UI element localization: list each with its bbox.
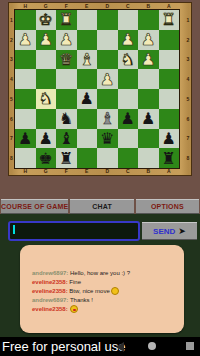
white-pawn-b2[interactable]: ♟ xyxy=(141,30,155,49)
file-label-c: C xyxy=(118,3,139,10)
white-pawn-c2[interactable]: ♟ xyxy=(121,30,135,49)
square-a3[interactable] xyxy=(159,50,180,70)
rank-label-3: 3 xyxy=(8,50,15,70)
square-a2[interactable] xyxy=(159,30,180,50)
tab-bar: COURSE OF GAME CHAT OPTIONS xyxy=(1,199,199,214)
rank-label-4: 4 xyxy=(184,69,192,89)
chat-message: eveline2358: Btw, nice move xyxy=(32,287,180,296)
black-bishop-f7[interactable]: ♝ xyxy=(59,129,73,148)
square-f6[interactable]: ♞ xyxy=(56,109,77,129)
file-label-h: H xyxy=(15,3,36,10)
chat-username: andrew6897: xyxy=(32,270,68,276)
black-king-g8[interactable]: ♚ xyxy=(39,149,53,168)
file-label-d: D xyxy=(97,168,118,176)
black-queen-d7[interactable]: ♛ xyxy=(100,129,114,148)
square-f5[interactable] xyxy=(56,89,77,109)
tab-course-of-game[interactable]: COURSE OF GAME xyxy=(1,199,68,214)
square-g4[interactable] xyxy=(36,69,57,89)
square-f2[interactable]: ♟ xyxy=(56,30,77,50)
chat-input-row: SEND ➤ xyxy=(0,221,200,239)
rank-label-5: 5 xyxy=(184,89,192,109)
square-e7[interactable] xyxy=(77,129,98,149)
square-c3[interactable]: ♞ xyxy=(118,50,139,70)
chat-message: eveline2358: xyxy=(32,305,180,314)
chat-message-text: Hello, how are you :) ? xyxy=(68,270,130,276)
square-h8[interactable] xyxy=(15,148,36,168)
watermark-text: Free for personal use xyxy=(2,339,126,354)
square-e3[interactable]: ♝ xyxy=(77,50,98,70)
square-f8[interactable]: ♜ xyxy=(56,148,77,168)
file-label-b: B xyxy=(138,168,159,176)
square-c2[interactable]: ♟ xyxy=(118,30,139,50)
black-bishop-d6[interactable]: ♝ xyxy=(100,109,114,128)
tab-chat[interactable]: CHAT xyxy=(70,199,133,214)
square-b8[interactable] xyxy=(138,148,159,168)
send-arrow-icon: ➤ xyxy=(178,227,186,236)
square-a1[interactable]: ♜ xyxy=(159,10,180,30)
file-label-f: F xyxy=(56,3,77,10)
square-e6[interactable] xyxy=(77,109,98,129)
chat-message-text: Fine xyxy=(68,279,81,285)
chat-username: andrew6897: xyxy=(32,297,68,303)
black-rook-a8[interactable]: ♜ xyxy=(162,149,176,168)
rank-label-2: 2 xyxy=(8,30,15,50)
square-a6[interactable] xyxy=(159,109,180,129)
chess-board[interactable]: ♚♜♜♟♟♟♟♟♛♝♞♟♟♞♟♞♝♟♟♟♟♝♛♟♚♜♜ xyxy=(15,10,179,168)
square-a4[interactable] xyxy=(159,69,180,89)
square-d5[interactable] xyxy=(97,89,118,109)
square-g6[interactable] xyxy=(36,109,57,129)
square-b1[interactable] xyxy=(138,10,159,30)
black-pawn-b6[interactable]: ♟ xyxy=(141,109,155,128)
square-e8[interactable] xyxy=(77,148,98,168)
square-h5[interactable] xyxy=(15,89,36,109)
square-c5[interactable] xyxy=(118,89,139,109)
square-g1[interactable]: ♚ xyxy=(36,10,57,30)
rank-labels-right: 12345678 xyxy=(184,10,192,168)
square-d6[interactable]: ♝ xyxy=(97,109,118,129)
square-b6[interactable]: ♟ xyxy=(138,109,159,129)
file-label-e: E xyxy=(77,3,98,10)
square-c1[interactable] xyxy=(118,10,139,30)
square-a5[interactable] xyxy=(159,89,180,109)
black-pawn-h7[interactable]: ♟ xyxy=(18,129,32,148)
rank-label-6: 6 xyxy=(8,109,15,129)
square-c8[interactable] xyxy=(118,148,139,168)
black-rook-f8[interactable]: ♜ xyxy=(59,149,73,168)
rank-label-7: 7 xyxy=(184,129,192,149)
square-a7[interactable]: ♟ xyxy=(159,129,180,149)
send-button-label: SEND xyxy=(153,227,175,236)
file-labels-top: HGFEDCBA xyxy=(15,3,179,10)
file-label-g: G xyxy=(36,168,57,176)
square-h7[interactable]: ♟ xyxy=(15,129,36,149)
chat-message-text: Thanks ! xyxy=(68,297,93,303)
square-g3[interactable] xyxy=(36,50,57,70)
tab-options[interactable]: OPTIONS xyxy=(136,199,199,214)
chat-message: andrew6897: Thanks ! xyxy=(32,296,180,305)
chat-username: eveline2358: xyxy=(32,279,68,285)
chat-section: SEND ➤ andrew6897: Hello, how are you :)… xyxy=(0,214,200,337)
white-pawn-d4[interactable]: ♟ xyxy=(100,70,114,89)
kiss-emoji-icon xyxy=(70,305,78,313)
square-b7[interactable] xyxy=(138,129,159,149)
square-d1[interactable] xyxy=(97,10,118,30)
smile-emoji-icon xyxy=(111,287,119,295)
rank-label-6: 6 xyxy=(184,109,192,129)
rank-label-7: 7 xyxy=(8,129,15,149)
square-c4[interactable] xyxy=(118,69,139,89)
file-label-d: D xyxy=(97,3,118,10)
file-label-a: A xyxy=(159,3,180,10)
file-label-a: A xyxy=(159,168,180,176)
file-label-f: F xyxy=(56,168,77,176)
white-knight-c3[interactable]: ♞ xyxy=(121,50,135,69)
rank-labels-left: 12345678 xyxy=(8,10,15,168)
chat-username: eveline2358: xyxy=(32,306,68,312)
rank-label-4: 4 xyxy=(8,69,15,89)
file-labels-bottom: HGFEDCBA xyxy=(15,168,179,176)
square-g5[interactable]: ♞ xyxy=(36,89,57,109)
square-e4[interactable] xyxy=(77,69,98,89)
square-h1[interactable] xyxy=(15,10,36,30)
send-button[interactable]: SEND ➤ xyxy=(142,222,197,240)
square-c7[interactable] xyxy=(118,129,139,149)
black-knight-f6[interactable]: ♞ xyxy=(59,109,73,128)
white-rook-a1[interactable]: ♜ xyxy=(162,10,176,29)
square-g2[interactable]: ♟ xyxy=(36,30,57,50)
white-pawn-b3[interactable]: ♟ xyxy=(141,50,155,69)
chat-message-list: andrew6897: Hello, how are you :) ?eveli… xyxy=(32,269,180,314)
white-pawn-g2[interactable]: ♟ xyxy=(39,30,53,49)
square-e5[interactable]: ♟ xyxy=(77,89,98,109)
square-d8[interactable] xyxy=(97,148,118,168)
square-a8[interactable]: ♜ xyxy=(159,148,180,168)
square-d7[interactable]: ♛ xyxy=(97,129,118,149)
white-pawn-h2[interactable]: ♟ xyxy=(18,30,32,49)
chat-message: andrew6897: Hello, how are you :) ? xyxy=(32,269,180,278)
square-b3[interactable]: ♟ xyxy=(138,50,159,70)
square-h6[interactable] xyxy=(15,109,36,129)
white-queen-f3[interactable]: ♛ xyxy=(59,50,73,69)
rank-label-5: 5 xyxy=(8,89,15,109)
square-c6[interactable]: ♟ xyxy=(118,109,139,129)
chat-message-input[interactable] xyxy=(8,221,140,241)
file-label-e: E xyxy=(77,168,98,176)
rank-label-8: 8 xyxy=(184,148,192,168)
file-label-h: H xyxy=(15,168,36,176)
chat-history-panel: andrew6897: Hello, how are you :) ?eveli… xyxy=(20,245,184,333)
black-pawn-c6[interactable]: ♟ xyxy=(121,109,135,128)
white-bishop-e3[interactable]: ♝ xyxy=(80,50,94,69)
rank-label-1: 1 xyxy=(184,10,192,30)
android-nav-bar: Free for personal use xyxy=(0,337,200,356)
square-d4[interactable]: ♟ xyxy=(97,69,118,89)
rank-label-1: 1 xyxy=(8,10,15,30)
square-b4[interactable] xyxy=(138,69,159,89)
square-g7[interactable]: ♟ xyxy=(36,129,57,149)
chess-board-frame: HGFEDCBA 12345678 12345678 ♚♜♜♟♟♟♟♟♛♝♞♟♟… xyxy=(8,2,192,176)
square-e2[interactable] xyxy=(77,30,98,50)
square-b5[interactable] xyxy=(138,89,159,109)
chat-username: eveline2358: xyxy=(32,288,68,294)
square-d3[interactable] xyxy=(97,50,118,70)
square-f1[interactable]: ♜ xyxy=(56,10,77,30)
square-h2[interactable]: ♟ xyxy=(15,30,36,50)
white-pawn-f2[interactable]: ♟ xyxy=(59,30,73,49)
rank-label-8: 8 xyxy=(8,148,15,168)
text-caret xyxy=(13,225,15,234)
chat-message-text xyxy=(68,306,70,312)
recents-square-icon[interactable] xyxy=(186,342,194,350)
chat-message-text: Btw, nice move xyxy=(68,288,110,294)
rank-label-2: 2 xyxy=(184,30,192,50)
black-pawn-a7[interactable]: ♟ xyxy=(162,129,176,148)
square-f3[interactable]: ♛ xyxy=(56,50,77,70)
square-d2[interactable] xyxy=(97,30,118,50)
square-g8[interactable]: ♚ xyxy=(36,148,57,168)
home-circle-icon[interactable] xyxy=(148,342,156,350)
square-e1[interactable] xyxy=(77,10,98,30)
square-h3[interactable] xyxy=(15,50,36,70)
rank-label-3: 3 xyxy=(184,50,192,70)
file-label-b: B xyxy=(138,3,159,10)
black-pawn-e5[interactable]: ♟ xyxy=(80,89,94,108)
file-label-c: C xyxy=(118,168,139,176)
square-f4[interactable] xyxy=(56,69,77,89)
white-rook-f1[interactable]: ♜ xyxy=(59,10,73,29)
white-king-g1[interactable]: ♚ xyxy=(39,10,53,29)
square-f7[interactable]: ♝ xyxy=(56,129,77,149)
back-triangle-icon[interactable] xyxy=(116,342,124,352)
chat-message: eveline2358: Fine xyxy=(32,278,180,287)
black-pawn-g7[interactable]: ♟ xyxy=(39,129,53,148)
white-knight-g5[interactable]: ♞ xyxy=(39,89,53,108)
square-h4[interactable] xyxy=(15,69,36,89)
file-label-g: G xyxy=(36,3,57,10)
chess-app-screen: HGFEDCBA 12345678 12345678 ♚♜♜♟♟♟♟♟♛♝♞♟♟… xyxy=(0,0,200,356)
square-b2[interactable]: ♟ xyxy=(138,30,159,50)
